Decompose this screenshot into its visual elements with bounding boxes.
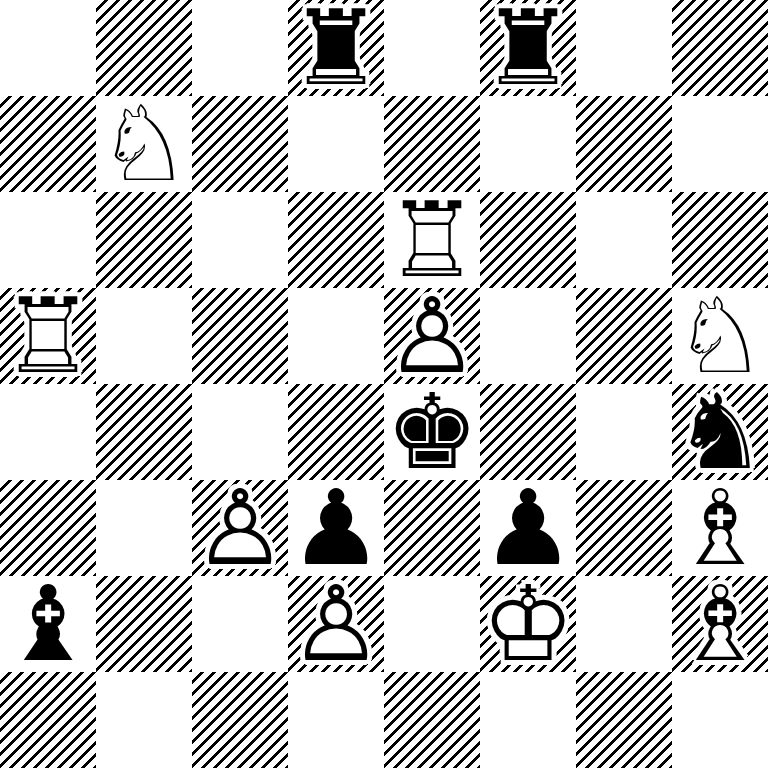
square-d4[interactable] — [288, 384, 384, 480]
square-f1[interactable] — [480, 672, 576, 768]
white-pawn-c3: ♟♙ — [192, 480, 288, 576]
square-h8[interactable] — [672, 0, 768, 96]
square-h2[interactable]: ♝♗ — [672, 576, 768, 672]
white-rook-outline: ♖ — [0, 288, 96, 384]
white-pawn-outline: ♙ — [288, 576, 384, 672]
square-h6[interactable] — [672, 192, 768, 288]
chess-board: ♜♜♞♘♜♖♜♖♟♙♞♘♚♞♟♙♟♟♝♗♝♟♙♚♔♝♗ — [0, 0, 768, 768]
white-bishop-h3: ♝♗ — [672, 480, 768, 576]
square-b3[interactable] — [96, 480, 192, 576]
black-rook-f8: ♜ — [480, 0, 576, 96]
square-h1[interactable] — [672, 672, 768, 768]
black-king-e4: ♚ — [384, 384, 480, 480]
square-e5[interactable]: ♟♙ — [384, 288, 480, 384]
square-g1[interactable] — [576, 672, 672, 768]
black-rook-glyph: ♜ — [288, 0, 384, 96]
square-b7[interactable]: ♞♘ — [96, 96, 192, 192]
white-pawn-e5: ♟♙ — [384, 288, 480, 384]
square-c4[interactable] — [192, 384, 288, 480]
square-d5[interactable] — [288, 288, 384, 384]
square-d7[interactable] — [288, 96, 384, 192]
white-rook-a5: ♜♖ — [0, 288, 96, 384]
square-d2[interactable]: ♟♙ — [288, 576, 384, 672]
black-rook-glyph: ♜ — [480, 0, 576, 96]
white-bishop-outline: ♗ — [672, 576, 768, 672]
square-c3[interactable]: ♟♙ — [192, 480, 288, 576]
square-g2[interactable] — [576, 576, 672, 672]
square-f5[interactable] — [480, 288, 576, 384]
square-f4[interactable] — [480, 384, 576, 480]
black-rook-d8: ♜ — [288, 0, 384, 96]
square-e2[interactable] — [384, 576, 480, 672]
square-c8[interactable] — [192, 0, 288, 96]
square-b5[interactable] — [96, 288, 192, 384]
white-king-f2: ♚♔ — [480, 576, 576, 672]
white-pawn-outline: ♙ — [384, 288, 480, 384]
square-f3[interactable]: ♟ — [480, 480, 576, 576]
black-knight-glyph: ♞ — [672, 384, 768, 480]
square-f6[interactable] — [480, 192, 576, 288]
black-pawn-glyph: ♟ — [480, 480, 576, 576]
black-bishop-glyph: ♝ — [0, 576, 96, 672]
square-g6[interactable] — [576, 192, 672, 288]
square-a3[interactable] — [0, 480, 96, 576]
square-g7[interactable] — [576, 96, 672, 192]
white-knight-outline: ♘ — [96, 96, 192, 192]
square-c5[interactable] — [192, 288, 288, 384]
square-c7[interactable] — [192, 96, 288, 192]
square-f2[interactable]: ♚♔ — [480, 576, 576, 672]
square-d1[interactable] — [288, 672, 384, 768]
square-b2[interactable] — [96, 576, 192, 672]
white-rook-outline: ♖ — [384, 192, 480, 288]
square-g5[interactable] — [576, 288, 672, 384]
square-e7[interactable] — [384, 96, 480, 192]
square-g3[interactable] — [576, 480, 672, 576]
square-a5[interactable]: ♜♖ — [0, 288, 96, 384]
white-knight-h5: ♞♘ — [672, 288, 768, 384]
square-e4[interactable]: ♚ — [384, 384, 480, 480]
white-bishop-outline: ♗ — [672, 480, 768, 576]
square-d8[interactable]: ♜ — [288, 0, 384, 96]
square-b1[interactable] — [96, 672, 192, 768]
square-d3[interactable]: ♟ — [288, 480, 384, 576]
square-f8[interactable]: ♜ — [480, 0, 576, 96]
square-g4[interactable] — [576, 384, 672, 480]
square-a1[interactable] — [0, 672, 96, 768]
square-e6[interactable]: ♜♖ — [384, 192, 480, 288]
square-a6[interactable] — [0, 192, 96, 288]
black-pawn-f3: ♟ — [480, 480, 576, 576]
square-h5[interactable]: ♞♘ — [672, 288, 768, 384]
white-rook-e6: ♜♖ — [384, 192, 480, 288]
white-pawn-outline: ♙ — [192, 480, 288, 576]
white-knight-b7: ♞♘ — [96, 96, 192, 192]
square-f7[interactable] — [480, 96, 576, 192]
square-d6[interactable] — [288, 192, 384, 288]
square-h4[interactable]: ♞ — [672, 384, 768, 480]
black-bishop-a2: ♝ — [0, 576, 96, 672]
square-e8[interactable] — [384, 0, 480, 96]
square-b6[interactable] — [96, 192, 192, 288]
white-bishop-h2: ♝♗ — [672, 576, 768, 672]
square-a7[interactable] — [0, 96, 96, 192]
square-g8[interactable] — [576, 0, 672, 96]
square-h7[interactable] — [672, 96, 768, 192]
square-a2[interactable]: ♝ — [0, 576, 96, 672]
white-king-outline: ♔ — [480, 576, 576, 672]
black-king-glyph: ♚ — [384, 384, 480, 480]
square-e3[interactable] — [384, 480, 480, 576]
white-knight-outline: ♘ — [672, 288, 768, 384]
square-c6[interactable] — [192, 192, 288, 288]
square-a8[interactable] — [0, 0, 96, 96]
black-pawn-d3: ♟ — [288, 480, 384, 576]
square-c1[interactable] — [192, 672, 288, 768]
black-pawn-glyph: ♟ — [288, 480, 384, 576]
square-a4[interactable] — [0, 384, 96, 480]
square-b4[interactable] — [96, 384, 192, 480]
square-b8[interactable] — [96, 0, 192, 96]
square-e1[interactable] — [384, 672, 480, 768]
square-c2[interactable] — [192, 576, 288, 672]
black-knight-h4: ♞ — [672, 384, 768, 480]
white-pawn-d2: ♟♙ — [288, 576, 384, 672]
square-h3[interactable]: ♝♗ — [672, 480, 768, 576]
